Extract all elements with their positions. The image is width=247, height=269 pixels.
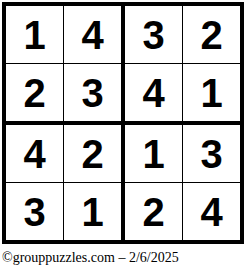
sudoku-board: 1 4 3 2 2 3 4 1 4 2 1 3 3 1 2 4 bbox=[2, 2, 244, 244]
cell-r2c4: 1 bbox=[183, 64, 240, 125]
cell-r2c3: 4 bbox=[125, 64, 183, 125]
cell-r1c1: 1 bbox=[6, 6, 64, 64]
cell-r4c4: 4 bbox=[183, 183, 240, 240]
cell-r2c2: 3 bbox=[64, 64, 125, 125]
cell-r1c2: 4 bbox=[64, 6, 125, 64]
cell-r4c1: 3 bbox=[6, 183, 64, 240]
cell-r4c3: 2 bbox=[125, 183, 183, 240]
cell-r3c2: 2 bbox=[64, 125, 125, 183]
cell-r3c4: 3 bbox=[183, 125, 240, 183]
cell-r3c1: 4 bbox=[6, 125, 64, 183]
cell-r1c3: 3 bbox=[125, 6, 183, 64]
cell-r3c3: 1 bbox=[125, 125, 183, 183]
copyright-text: ©grouppuzzles.com – 2/6/2025 bbox=[2, 250, 179, 266]
cell-r2c1: 2 bbox=[6, 64, 64, 125]
cell-r4c2: 1 bbox=[64, 183, 125, 240]
cell-r1c4: 2 bbox=[183, 6, 240, 64]
